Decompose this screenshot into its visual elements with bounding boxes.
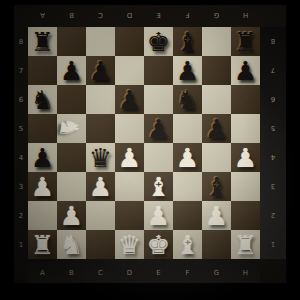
white-knight-b1[interactable]: ♞: [57, 230, 86, 259]
white-pawn-a3[interactable]: ♟: [28, 172, 57, 201]
square-a3[interactable]: ♟: [28, 172, 57, 201]
square-f2[interactable]: [173, 201, 202, 230]
square-c3[interactable]: ♟: [86, 172, 115, 201]
white-knight-b5[interactable]: ♞: [53, 111, 87, 145]
black-bishop-g3[interactable]: ♝: [202, 172, 231, 201]
square-b3[interactable]: [57, 172, 86, 201]
black-pawn-g5[interactable]: ♟: [202, 114, 231, 143]
rank-label-right-2: 2: [260, 201, 286, 230]
rank-label-right-1: 1: [260, 230, 286, 259]
square-d6[interactable]: ♟: [115, 85, 144, 114]
rank-label-left-6: 6: [14, 85, 28, 114]
rank-labels-left: 87654321: [14, 27, 28, 259]
square-e2[interactable]: ♟: [144, 201, 173, 230]
square-d4[interactable]: ♟: [115, 143, 144, 172]
square-e1[interactable]: ♚: [144, 230, 173, 259]
white-rook-a1[interactable]: ♜: [28, 230, 57, 259]
square-f4[interactable]: ♟: [173, 143, 202, 172]
rank-label-left-2: 2: [14, 201, 28, 230]
square-h6[interactable]: [231, 85, 260, 114]
square-d1[interactable]: ♛: [115, 230, 144, 259]
square-h2[interactable]: [231, 201, 260, 230]
white-pawn-h4[interactable]: ♟: [231, 143, 260, 172]
square-e7[interactable]: [144, 56, 173, 85]
file-label-bottom-b: B: [57, 262, 86, 283]
file-label-top-b: B: [57, 5, 86, 25]
rank-label-right-7: 7: [260, 56, 286, 85]
square-c8[interactable]: [86, 27, 115, 56]
square-c2[interactable]: [86, 201, 115, 230]
square-a4[interactable]: ♟: [28, 143, 57, 172]
square-f5[interactable]: [173, 114, 202, 143]
file-label-top-h: H: [231, 5, 260, 25]
chessboard-scene: ABCDEFGH 87654321 ♜♚♝♜♟♟♟♟♞♟♞♞♟♟♟♛♟♟♟♟♟♝…: [0, 0, 300, 300]
square-c6[interactable]: [86, 85, 115, 114]
square-d8[interactable]: [115, 27, 144, 56]
board-grid: ♜♚♝♜♟♟♟♟♞♟♞♞♟♟♟♛♟♟♟♟♟♝♝♟♟♟♜♞♛♚♝♜: [28, 27, 260, 259]
square-f8[interactable]: ♝: [173, 27, 202, 56]
square-b1[interactable]: ♞: [57, 230, 86, 259]
white-pawn-d4[interactable]: ♟: [115, 143, 144, 172]
black-knight-a6[interactable]: ♞: [28, 85, 57, 114]
square-g3[interactable]: ♝: [202, 172, 231, 201]
square-g5[interactable]: ♟: [202, 114, 231, 143]
file-labels-top: ABCDEFGH: [28, 5, 260, 27]
square-c5[interactable]: [86, 114, 115, 143]
file-label-bottom-g: G: [202, 262, 231, 283]
black-knight-f6[interactable]: ♞: [173, 85, 202, 114]
white-pawn-c3[interactable]: ♟: [86, 172, 115, 201]
square-d2[interactable]: [115, 201, 144, 230]
file-label-bottom-h: H: [231, 262, 260, 283]
black-rook-h8[interactable]: ♜: [231, 27, 260, 56]
square-h4[interactable]: ♟: [231, 143, 260, 172]
square-a1[interactable]: ♜: [28, 230, 57, 259]
black-rook-a8[interactable]: ♜: [28, 27, 57, 56]
rank-label-right-4: 4: [260, 143, 286, 172]
white-bishop-e3[interactable]: ♝: [144, 172, 173, 201]
square-a2[interactable]: [28, 201, 57, 230]
black-pawn-a4[interactable]: ♟: [28, 143, 57, 172]
white-queen-d1[interactable]: ♛: [115, 230, 144, 259]
square-g6[interactable]: [202, 85, 231, 114]
square-d7[interactable]: [115, 56, 144, 85]
file-label-bottom-f: F: [173, 262, 202, 283]
square-h1[interactable]: ♜: [231, 230, 260, 259]
black-pawn-f7[interactable]: ♟: [173, 56, 202, 85]
file-label-top-c: C: [86, 5, 115, 25]
square-e8[interactable]: ♚: [144, 27, 173, 56]
square-h7[interactable]: ♟: [231, 56, 260, 85]
rank-label-right-5: 5: [260, 114, 286, 143]
file-labels-bottom: ABCDEFGH: [28, 259, 260, 283]
rank-label-right-3: 3: [260, 172, 286, 201]
square-f6[interactable]: ♞: [173, 85, 202, 114]
square-a7[interactable]: [28, 56, 57, 85]
square-h5[interactable]: [231, 114, 260, 143]
square-f1[interactable]: ♝: [173, 230, 202, 259]
file-label-bottom-d: D: [115, 262, 144, 283]
white-pawn-b2[interactable]: ♟: [57, 201, 86, 230]
black-pawn-h7[interactable]: ♟: [231, 56, 260, 85]
square-g8[interactable]: [202, 27, 231, 56]
square-e4[interactable]: [144, 143, 173, 172]
white-pawn-f4[interactable]: ♟: [173, 143, 202, 172]
file-label-top-g: G: [202, 5, 231, 25]
square-b6[interactable]: [57, 85, 86, 114]
rank-label-left-7: 7: [14, 56, 28, 85]
square-e3[interactable]: ♝: [144, 172, 173, 201]
rank-labels-right: 87654321: [260, 27, 286, 259]
square-b4[interactable]: [57, 143, 86, 172]
white-bishop-f1[interactable]: ♝: [173, 230, 202, 259]
black-pawn-d6[interactable]: ♟: [115, 85, 144, 114]
square-e5[interactable]: ♟: [144, 114, 173, 143]
white-pawn-e2[interactable]: ♟: [144, 201, 173, 230]
square-e6[interactable]: [144, 85, 173, 114]
square-c1[interactable]: [86, 230, 115, 259]
rank-label-left-1: 1: [14, 230, 28, 259]
square-b7[interactable]: ♟: [57, 56, 86, 85]
square-b2[interactable]: ♟: [57, 201, 86, 230]
square-g7[interactable]: [202, 56, 231, 85]
square-a6[interactable]: ♞: [28, 85, 57, 114]
square-g4[interactable]: [202, 143, 231, 172]
square-h3[interactable]: [231, 172, 260, 201]
square-f7[interactable]: ♟: [173, 56, 202, 85]
square-c7[interactable]: ♟: [86, 56, 115, 85]
square-b8[interactable]: [57, 27, 86, 56]
file-label-bottom-c: C: [86, 262, 115, 283]
chess-board: ABCDEFGH 87654321 ♜♚♝♜♟♟♟♟♞♟♞♞♟♟♟♛♟♟♟♟♟♝…: [14, 5, 286, 283]
black-bishop-f8[interactable]: ♝: [173, 27, 202, 56]
rank-label-right-6: 6: [260, 85, 286, 114]
square-c4[interactable]: ♛: [86, 143, 115, 172]
file-label-top-d: D: [115, 5, 144, 25]
black-pawn-e5[interactable]: ♟: [144, 114, 173, 143]
square-b5[interactable]: ♞: [57, 114, 86, 143]
square-d3[interactable]: [115, 172, 144, 201]
white-pawn-g2[interactable]: ♟: [202, 201, 231, 230]
file-label-top-a: A: [28, 5, 57, 25]
rank-label-left-4: 4: [14, 143, 28, 172]
square-h8[interactable]: ♜: [231, 27, 260, 56]
square-a8[interactable]: ♜: [28, 27, 57, 56]
rank-label-left-8: 8: [14, 27, 28, 56]
white-king-e1[interactable]: ♚: [144, 230, 173, 259]
black-queen-c4[interactable]: ♛: [86, 143, 115, 172]
black-pawn-b7[interactable]: ♟: [57, 56, 86, 85]
file-label-top-f: F: [173, 5, 202, 25]
file-label-bottom-e: E: [144, 262, 173, 283]
white-rook-h1[interactable]: ♜: [231, 230, 260, 259]
square-d5[interactable]: [115, 114, 144, 143]
square-g2[interactable]: ♟: [202, 201, 231, 230]
square-f3[interactable]: [173, 172, 202, 201]
rank-label-right-8: 8: [260, 27, 286, 56]
black-pawn-c7[interactable]: ♟: [86, 56, 115, 85]
rank-label-left-5: 5: [14, 114, 28, 143]
rank-label-left-3: 3: [14, 172, 28, 201]
file-label-bottom-a: A: [28, 262, 57, 283]
file-label-top-e: E: [144, 5, 173, 25]
square-g1[interactable]: [202, 230, 231, 259]
black-king-e8[interactable]: ♚: [144, 27, 173, 56]
